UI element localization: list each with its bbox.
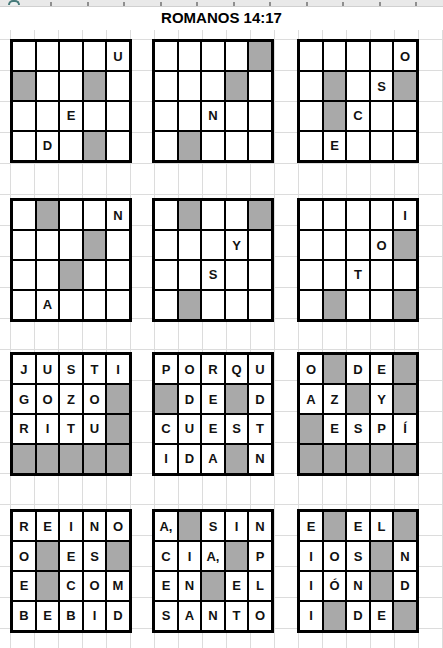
empty-cell[interactable]	[13, 201, 35, 229]
letter-cell[interactable]: O	[324, 542, 346, 570]
empty-cell[interactable]	[37, 102, 59, 130]
empty-cell[interactable]	[107, 102, 129, 130]
puzzle-grid-r3c3: ODEAZYESPÍ	[297, 352, 419, 476]
letter-cell[interactable]: O	[107, 512, 129, 540]
empty-cell[interactable]	[179, 231, 201, 259]
letter-cell[interactable]: S	[155, 602, 177, 630]
empty-cell[interactable]	[155, 201, 177, 229]
empty-cell[interactable]	[84, 291, 106, 319]
letter-cell[interactable]: N	[394, 542, 416, 570]
empty-cell[interactable]	[60, 72, 82, 100]
empty-cell[interactable]	[226, 201, 248, 229]
blocked-cell	[179, 291, 201, 319]
blocked-cell	[179, 512, 201, 540]
empty-cell[interactable]	[202, 72, 224, 100]
letter-cell[interactable]: D	[394, 572, 416, 600]
blocked-cell	[347, 385, 369, 413]
cropped-ruler-strip	[0, 0, 443, 7]
letter-cell[interactable]: O	[371, 231, 393, 259]
empty-cell[interactable]	[13, 231, 35, 259]
empty-cell[interactable]	[84, 261, 106, 289]
blocked-cell	[394, 512, 416, 540]
empty-cell[interactable]	[84, 42, 106, 70]
letter-cell[interactable]: D	[347, 602, 369, 630]
empty-cell[interactable]	[179, 102, 201, 130]
letter-cell[interactable]: I	[300, 602, 322, 630]
blocked-cell	[60, 445, 82, 473]
letter-cell[interactable]: Y	[226, 231, 248, 259]
letter-cell[interactable]: O	[84, 572, 106, 600]
empty-cell[interactable]	[13, 102, 35, 130]
letter-cell[interactable]: T	[60, 415, 82, 443]
letter-cell[interactable]: B	[13, 602, 35, 630]
letter-cell[interactable]: D	[179, 385, 201, 413]
letter-cell[interactable]: A	[202, 445, 224, 473]
empty-cell[interactable]	[84, 201, 106, 229]
letter-cell[interactable]: E	[371, 602, 393, 630]
letter-cell[interactable]: U	[249, 355, 271, 383]
letter-cell[interactable]: A	[300, 385, 322, 413]
empty-cell[interactable]	[371, 201, 393, 229]
blocked-cell	[324, 602, 346, 630]
empty-cell[interactable]	[347, 72, 369, 100]
blocked-cell	[394, 602, 416, 630]
empty-cell[interactable]	[324, 261, 346, 289]
blocked-cell	[300, 445, 322, 473]
blocked-cell	[394, 291, 416, 319]
letter-cell[interactable]: N	[347, 572, 369, 600]
empty-cell[interactable]	[249, 261, 271, 289]
letter-cell[interactable]: I	[37, 415, 59, 443]
empty-cell[interactable]	[226, 261, 248, 289]
blocked-cell	[371, 572, 393, 600]
blocked-cell	[84, 445, 106, 473]
blocked-cell	[249, 42, 271, 70]
letter-cell[interactable]: U	[179, 415, 201, 443]
blocked-cell	[324, 72, 346, 100]
letter-cell[interactable]: E	[13, 572, 35, 600]
letter-cell[interactable]: B	[60, 602, 82, 630]
puzzle-grid-r1c3: OSCE	[297, 39, 419, 163]
empty-cell[interactable]	[202, 291, 224, 319]
letter-cell[interactable]: E	[155, 572, 177, 600]
empty-cell[interactable]	[60, 231, 82, 259]
empty-cell[interactable]	[155, 102, 177, 130]
blocked-cell	[107, 445, 129, 473]
blocked-cell	[324, 355, 346, 383]
empty-cell[interactable]	[394, 261, 416, 289]
empty-cell[interactable]	[179, 261, 201, 289]
empty-cell[interactable]	[155, 291, 177, 319]
empty-cell[interactable]	[107, 72, 129, 100]
letter-cell[interactable]: S	[60, 355, 82, 383]
letter-cell[interactable]: S	[371, 72, 393, 100]
blocked-cell	[84, 72, 106, 100]
empty-cell[interactable]	[300, 201, 322, 229]
letter-cell[interactable]: L	[249, 572, 271, 600]
empty-cell[interactable]	[107, 132, 129, 160]
empty-cell[interactable]	[179, 72, 201, 100]
letter-cell[interactable]: P	[371, 415, 393, 443]
blocked-cell	[226, 385, 248, 413]
blocked-cell	[394, 231, 416, 259]
empty-cell[interactable]	[371, 42, 393, 70]
puzzle-grid-r3c2: PORQUDEDCUESTIDAN	[152, 352, 274, 476]
empty-cell[interactable]	[300, 72, 322, 100]
letter-cell[interactable]: Q	[226, 355, 248, 383]
letter-cell[interactable]: I	[394, 201, 416, 229]
empty-cell[interactable]	[13, 42, 35, 70]
empty-cell[interactable]	[300, 132, 322, 160]
letter-cell[interactable]: Z	[324, 385, 346, 413]
letter-cell[interactable]: T	[249, 415, 271, 443]
letter-cell[interactable]: J	[13, 355, 35, 383]
letter-cell[interactable]: T	[226, 602, 248, 630]
blocked-cell	[37, 201, 59, 229]
letter-cell[interactable]: E	[37, 512, 59, 540]
blocked-cell	[179, 132, 201, 160]
letter-cell[interactable]: O	[179, 355, 201, 383]
blocked-cell	[13, 445, 35, 473]
empty-cell[interactable]	[37, 231, 59, 259]
letter-cell[interactable]: C	[60, 572, 82, 600]
empty-cell[interactable]	[13, 132, 35, 160]
letter-cell[interactable]: U	[107, 42, 129, 70]
empty-cell[interactable]	[249, 72, 271, 100]
letter-cell[interactable]: N	[249, 512, 271, 540]
letter-cell[interactable]: Ó	[324, 572, 346, 600]
blocked-cell	[394, 445, 416, 473]
empty-cell[interactable]	[300, 102, 322, 130]
empty-cell[interactable]	[347, 42, 369, 70]
empty-cell[interactable]	[84, 102, 106, 130]
blocked-cell	[347, 445, 369, 473]
empty-cell[interactable]	[226, 102, 248, 130]
empty-cell[interactable]	[394, 102, 416, 130]
blocked-cell	[107, 542, 129, 570]
blocked-cell	[37, 542, 59, 570]
blocked-cell	[394, 355, 416, 383]
blocked-cell	[60, 261, 82, 289]
letter-cell[interactable]: L	[371, 512, 393, 540]
letter-cell[interactable]: O	[13, 542, 35, 570]
ruler-tick	[379, 2, 381, 6]
ruler-tick	[123, 2, 125, 6]
empty-cell[interactable]	[347, 201, 369, 229]
blocked-cell	[324, 445, 346, 473]
letter-cell[interactable]: D	[249, 385, 271, 413]
letter-cell[interactable]: A	[179, 602, 201, 630]
letter-cell[interactable]: N	[107, 201, 129, 229]
letter-cell[interactable]: G	[13, 385, 35, 413]
letter-cell[interactable]: O	[84, 385, 106, 413]
letter-cell[interactable]: T	[347, 261, 369, 289]
blocked-cell	[107, 415, 129, 443]
letter-cell[interactable]: D	[179, 445, 201, 473]
letter-cell[interactable]: D	[107, 602, 129, 630]
empty-cell[interactable]	[300, 261, 322, 289]
letter-cell[interactable]: O	[300, 355, 322, 383]
empty-cell[interactable]	[371, 261, 393, 289]
empty-cell[interactable]	[13, 291, 35, 319]
blocked-cell	[394, 72, 416, 100]
blocked-cell	[371, 445, 393, 473]
letter-cell[interactable]: E	[202, 385, 224, 413]
empty-cell[interactable]	[202, 42, 224, 70]
empty-cell[interactable]	[371, 291, 393, 319]
letter-cell[interactable]: E	[60, 102, 82, 130]
ruler-tick	[306, 2, 308, 6]
empty-cell[interactable]	[249, 291, 271, 319]
empty-cell[interactable]	[107, 261, 129, 289]
letter-cell[interactable]: S	[202, 261, 224, 289]
empty-cell[interactable]	[324, 231, 346, 259]
ruler-tick	[342, 2, 344, 6]
letter-cell[interactable]: N	[202, 102, 224, 130]
letter-cell[interactable]: N	[249, 445, 271, 473]
letter-cell[interactable]: Y	[371, 385, 393, 413]
letter-cell[interactable]: C	[155, 415, 177, 443]
letter-cell[interactable]: E	[202, 415, 224, 443]
ruler-tick	[196, 2, 198, 6]
letter-cell[interactable]: Í	[394, 415, 416, 443]
empty-cell[interactable]	[202, 201, 224, 229]
empty-cell[interactable]	[155, 231, 177, 259]
empty-cell[interactable]	[107, 231, 129, 259]
empty-cell[interactable]	[347, 132, 369, 160]
letter-cell[interactable]: N	[202, 602, 224, 630]
empty-cell[interactable]	[60, 132, 82, 160]
empty-cell[interactable]	[347, 291, 369, 319]
letter-cell[interactable]: E	[324, 132, 346, 160]
letter-cell[interactable]: N	[179, 572, 201, 600]
blocked-cell	[84, 132, 106, 160]
letter-cell[interactable]: S	[202, 512, 224, 540]
empty-cell[interactable]	[179, 42, 201, 70]
blocked-cell	[107, 385, 129, 413]
empty-cell[interactable]	[226, 42, 248, 70]
empty-cell[interactable]	[324, 42, 346, 70]
letter-cell[interactable]: E	[324, 415, 346, 443]
empty-cell[interactable]	[300, 291, 322, 319]
ruler-tick	[269, 2, 271, 6]
letter-cell[interactable]: T	[84, 355, 106, 383]
letter-cell[interactable]: C	[347, 102, 369, 130]
letter-cell[interactable]: E	[371, 355, 393, 383]
empty-cell[interactable]	[107, 291, 129, 319]
blocked-cell	[37, 572, 59, 600]
empty-cell[interactable]	[324, 201, 346, 229]
letter-cell[interactable]: S	[347, 542, 369, 570]
letter-cell[interactable]: P	[155, 355, 177, 383]
letter-cell[interactable]: I	[60, 512, 82, 540]
letter-cell[interactable]: I	[155, 445, 177, 473]
letter-cell[interactable]: O	[394, 42, 416, 70]
empty-cell[interactable]	[37, 42, 59, 70]
puzzle-grid-r4c3: EELIOSNIÓNDIDE	[297, 509, 419, 633]
page-title: ROMANOS 14:17	[0, 7, 443, 29]
empty-cell[interactable]	[202, 231, 224, 259]
letter-cell[interactable]: S	[84, 542, 106, 570]
empty-cell[interactable]	[37, 72, 59, 100]
puzzle-grid-r3c1: JUSTIGOZORITU	[10, 352, 132, 476]
blocked-cell	[84, 231, 106, 259]
letter-cell[interactable]: N	[84, 512, 106, 540]
letter-cell[interactable]: D	[347, 355, 369, 383]
letter-cell[interactable]: I	[84, 602, 106, 630]
letter-cell[interactable]: A,	[155, 512, 177, 540]
ruler-tick	[160, 2, 162, 6]
empty-cell[interactable]	[37, 261, 59, 289]
letter-cell[interactable]: I	[107, 355, 129, 383]
puzzle-grid-r4c1: REINOOESECOMBEBID	[10, 509, 132, 633]
letter-cell[interactable]: O	[37, 385, 59, 413]
letter-cell[interactable]: O	[249, 602, 271, 630]
puzzle-grid-r1c1: UED	[10, 39, 132, 163]
letter-cell[interactable]: U	[37, 355, 59, 383]
puzzle-grid-r2c3: IOT	[297, 198, 419, 322]
puzzle-grid-r2c1: NA	[10, 198, 132, 322]
empty-cell[interactable]	[249, 132, 271, 160]
letter-cell[interactable]: A	[37, 291, 59, 319]
letter-cell[interactable]: U	[84, 415, 106, 443]
empty-cell[interactable]	[347, 231, 369, 259]
empty-cell[interactable]	[249, 231, 271, 259]
letter-cell[interactable]: A,	[202, 542, 224, 570]
empty-cell[interactable]	[226, 132, 248, 160]
blocked-cell	[324, 102, 346, 130]
empty-cell[interactable]	[300, 42, 322, 70]
blocked-cell	[324, 512, 346, 540]
empty-cell[interactable]	[60, 291, 82, 319]
blocked-cell	[37, 445, 59, 473]
empty-cell[interactable]	[371, 102, 393, 130]
letter-cell[interactable]: R	[13, 415, 35, 443]
letter-cell[interactable]: D	[37, 132, 59, 160]
letter-cell[interactable]: P	[249, 542, 271, 570]
empty-cell[interactable]	[371, 132, 393, 160]
empty-cell[interactable]	[13, 261, 35, 289]
blocked-cell	[371, 542, 393, 570]
blocked-cell	[300, 415, 322, 443]
blocked-cell	[249, 201, 271, 229]
empty-cell[interactable]	[155, 132, 177, 160]
blocked-cell	[155, 385, 177, 413]
letter-cell[interactable]: E	[347, 512, 369, 540]
blocked-cell	[13, 72, 35, 100]
empty-cell[interactable]	[202, 132, 224, 160]
empty-cell[interactable]	[60, 201, 82, 229]
letter-cell[interactable]: Z	[60, 385, 82, 413]
letter-cell[interactable]: E	[226, 572, 248, 600]
blocked-cell	[226, 72, 248, 100]
blocked-cell	[202, 572, 224, 600]
puzzle-grid-r1c2: N	[152, 39, 274, 163]
letter-cell[interactable]: I	[179, 542, 201, 570]
cropped-tab-fragment-icon	[8, 0, 20, 5]
empty-cell[interactable]	[155, 72, 177, 100]
blocked-cell	[179, 201, 201, 229]
letter-cell[interactable]: I	[300, 542, 322, 570]
ruler-tick	[233, 2, 235, 6]
letter-cell[interactable]: C	[155, 542, 177, 570]
letter-cell[interactable]: M	[107, 572, 129, 600]
blocked-cell	[324, 291, 346, 319]
empty-cell[interactable]	[300, 231, 322, 259]
empty-cell[interactable]	[60, 42, 82, 70]
empty-cell[interactable]	[394, 132, 416, 160]
blocked-cell	[226, 445, 248, 473]
letter-cell[interactable]: I	[226, 512, 248, 540]
letter-cell[interactable]: I	[300, 572, 322, 600]
ruler-tick	[50, 2, 52, 6]
puzzle-grid-r2c2: YS	[152, 198, 274, 322]
empty-cell[interactable]	[249, 102, 271, 130]
ruler-tick	[415, 2, 417, 6]
letter-cell[interactable]: R	[202, 355, 224, 383]
letter-cell[interactable]: E	[37, 602, 59, 630]
ruler-tick	[87, 2, 89, 6]
blocked-cell	[394, 385, 416, 413]
blocked-cell	[226, 542, 248, 570]
letter-cell[interactable]: E	[300, 512, 322, 540]
letter-cell[interactable]: S	[347, 415, 369, 443]
empty-cell[interactable]	[226, 291, 248, 319]
letter-cell[interactable]: E	[60, 542, 82, 570]
letter-cell[interactable]: S	[226, 415, 248, 443]
empty-cell[interactable]	[155, 261, 177, 289]
puzzle-grid-r4c2: A,SINCIA,PENELSANTO	[152, 509, 274, 633]
letter-cell[interactable]: R	[13, 512, 35, 540]
empty-cell[interactable]	[155, 42, 177, 70]
